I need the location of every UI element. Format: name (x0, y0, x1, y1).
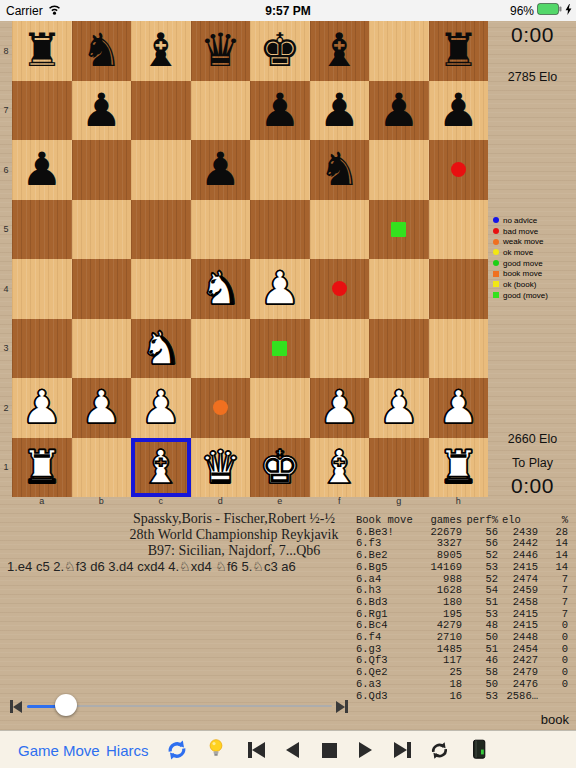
refresh-icon[interactable] (167, 740, 187, 760)
header-book-move: Book move (356, 515, 412, 527)
games-cell: 2710 (414, 632, 462, 644)
pct-cell: 0 (540, 632, 568, 644)
to-play-label: To Play (489, 456, 576, 470)
file-label: b (72, 496, 132, 509)
bottom-toolbar: Game Move Hiarcs (0, 730, 576, 768)
black-elo: 2785 Elo (489, 70, 576, 84)
square-b2[interactable]: ♟ (72, 378, 132, 438)
games-cell: 16 (414, 691, 462, 703)
book-table: Book move games perf% elo % 6.Be3! 22679… (356, 515, 570, 702)
legend-label: book move (503, 269, 542, 278)
piece-black-bishop[interactable]: ♝ (319, 21, 360, 80)
header-elo: elo (500, 515, 538, 527)
slider-skip-start-icon[interactable] (10, 700, 22, 713)
piece-white-queen[interactable]: ♛ (200, 438, 241, 497)
legend-marker-icon (493, 260, 499, 266)
header-pct: % (540, 515, 568, 527)
legend-item: bad move (493, 226, 575, 237)
rank-label: 2 (0, 378, 12, 438)
piece-black-pawn[interactable]: ♟ (21, 140, 62, 199)
engine-menu-button[interactable]: Hiarcs (106, 742, 149, 759)
games-cell: 180 (414, 597, 462, 609)
square-e8[interactable]: ♚ (250, 21, 310, 81)
rank-label: 6 (0, 140, 12, 200)
square-h4[interactable] (429, 259, 489, 319)
rank-label: 1 (0, 438, 12, 498)
advice-mark-d2 (213, 400, 228, 415)
legend-marker-icon (493, 228, 499, 234)
book-move-cell[interactable]: 6.f4 (356, 632, 412, 644)
legend-item: ok (book) (493, 279, 575, 290)
skip-start-icon[interactable] (248, 742, 265, 758)
square-f5[interactable] (310, 200, 370, 260)
stop-icon[interactable] (322, 743, 337, 758)
piece-black-bishop[interactable]: ♝ (140, 21, 181, 80)
square-f6[interactable]: ♞ (310, 140, 370, 200)
header-games: games (414, 515, 462, 527)
legend-marker-icon (493, 249, 499, 255)
legend-label: no advice (503, 216, 537, 225)
legend-label: weak move (503, 237, 543, 246)
game-menu-button[interactable]: Game (18, 742, 59, 759)
square-d3[interactable] (191, 319, 251, 379)
square-b3[interactable] (72, 319, 132, 379)
rank-label: 5 (0, 200, 12, 260)
piece-black-knight[interactable]: ♞ (81, 21, 122, 80)
square-c2[interactable]: ♟ (131, 378, 191, 438)
piece-black-queen[interactable]: ♛ (200, 21, 241, 80)
book-table-rows: 6.Be3! 22679 56 2439 28 6.f3 3327 56 244… (356, 527, 570, 703)
piece-black-king[interactable]: ♚ (259, 21, 300, 80)
square-f7[interactable]: ♟ (310, 81, 370, 141)
elo-cell: 2476 (500, 679, 538, 691)
game-position-slider[interactable] (0, 688, 360, 724)
square-a1[interactable]: ♜ (12, 438, 72, 498)
piece-white-knight[interactable]: ♞ (200, 259, 241, 318)
square-c6[interactable] (131, 140, 191, 200)
square-a6[interactable]: ♟ (12, 140, 72, 200)
elo-cell: 2458 (500, 597, 538, 609)
file-label: g (369, 496, 429, 509)
book-table-row[interactable]: 6.Qd3 16 53 2586… (356, 691, 570, 703)
piece-white-bishop[interactable]: ♝ (319, 438, 360, 497)
board-grid: ♜♞♝♛♚♝♜♟♟♟♟♟♟♟♞♞♟♞♟♟♟♟♟♟♜♝♛♚♝♜ (12, 21, 488, 497)
piece-white-pawn[interactable]: ♟ (21, 378, 62, 437)
legend-item: good move (493, 258, 575, 269)
rank-label: 3 (0, 319, 12, 379)
book-status-label: book (541, 712, 569, 727)
piece-black-rook[interactable]: ♜ (438, 21, 479, 80)
legend-marker-icon (493, 239, 499, 245)
perf-cell: 53 (464, 691, 498, 703)
legend-marker-icon (493, 271, 499, 277)
file-label: d (191, 496, 251, 509)
elo-cell: 2415 (500, 562, 538, 574)
clock-time: 9:57 PM (0, 4, 576, 18)
white-clock: 0:00 (489, 474, 576, 498)
square-g4[interactable] (369, 259, 429, 319)
charging-bolt-icon (565, 4, 572, 18)
rotate-icon[interactable] (430, 741, 449, 760)
square-b8[interactable]: ♞ (72, 21, 132, 81)
rank-label: 4 (0, 259, 12, 319)
square-h8[interactable]: ♜ (429, 21, 489, 81)
header-perf: perf% (464, 515, 498, 527)
square-g3[interactable] (369, 319, 429, 379)
piece-white-pawn[interactable]: ♟ (81, 378, 122, 437)
square-e2[interactable] (250, 378, 310, 438)
square-b4[interactable] (72, 259, 132, 319)
square-h3[interactable] (429, 319, 489, 379)
square-g8[interactable] (369, 21, 429, 81)
slider-skip-end-icon[interactable] (336, 700, 348, 713)
square-c1[interactable]: ♝ (131, 438, 191, 498)
pct-cell: 7 (540, 597, 568, 609)
square-d6[interactable]: ♟ (191, 140, 251, 200)
status-bar: Carrier 9:57 PM 96% (0, 0, 576, 21)
piece-black-pawn[interactable]: ♟ (200, 140, 241, 199)
square-h2[interactable]: ♟ (429, 378, 489, 438)
black-clock: 0:00 (489, 23, 576, 47)
advice-mark-g5 (391, 222, 406, 237)
square-b1[interactable] (72, 438, 132, 498)
square-d4[interactable]: ♞ (191, 259, 251, 319)
square-b5[interactable] (72, 200, 132, 260)
legend-item: ok move (493, 247, 575, 258)
rank-labels: 87654321 (0, 21, 12, 497)
piece-white-pawn[interactable]: ♟ (140, 378, 181, 437)
perf-cell: 53 (464, 562, 498, 574)
elo-cell: 2448 (500, 632, 538, 644)
advice-mark-f4 (332, 281, 347, 296)
advice-mark-h6 (451, 162, 466, 177)
legend-item: book move (493, 268, 575, 279)
square-g2[interactable]: ♟ (369, 378, 429, 438)
square-c7[interactable] (131, 81, 191, 141)
perf-cell: 50 (464, 679, 498, 691)
legend-label: ok (book) (503, 280, 536, 289)
square-c3[interactable]: ♞ (131, 319, 191, 379)
legend-item: no advice (493, 215, 575, 226)
book-icon[interactable] (471, 739, 487, 760)
square-a8[interactable]: ♜ (12, 21, 72, 81)
square-g7[interactable]: ♟ (369, 81, 429, 141)
file-label: c (131, 496, 191, 509)
square-d7[interactable] (191, 81, 251, 141)
pct-cell: 14 (540, 562, 568, 574)
file-label: e (250, 496, 310, 509)
square-f3[interactable] (310, 319, 370, 379)
step-forward-icon[interactable] (359, 742, 372, 758)
pct-cell (540, 691, 568, 703)
legend-marker-icon (493, 281, 499, 287)
rank-label: 7 (0, 81, 12, 141)
piece-white-pawn[interactable]: ♟ (259, 259, 300, 318)
step-back-icon[interactable] (286, 742, 299, 758)
lightbulb-icon[interactable] (209, 739, 223, 760)
book-move-cell[interactable]: 6.Qd3 (356, 691, 412, 703)
piece-black-knight[interactable]: ♞ (319, 140, 360, 199)
rank-label: 8 (0, 21, 12, 81)
square-a3[interactable] (12, 319, 72, 379)
piece-black-pawn[interactable]: ♟ (81, 81, 122, 140)
slider-knob[interactable] (55, 694, 77, 716)
square-e6[interactable] (250, 140, 310, 200)
book-table-row[interactable]: 6.f4 2710 50 2448 0 (356, 632, 570, 644)
square-g6[interactable] (369, 140, 429, 200)
piece-black-pawn[interactable]: ♟ (319, 81, 360, 140)
legend-label: good move (503, 259, 543, 268)
battery-percent: 96% (510, 4, 534, 18)
book-move-cell[interactable]: 6.Bd3 (356, 597, 412, 609)
square-f1[interactable]: ♝ (310, 438, 370, 498)
square-d8[interactable]: ♛ (191, 21, 251, 81)
piece-white-pawn[interactable]: ♟ (319, 378, 360, 437)
legend-label: good (move) (503, 291, 548, 300)
perf-cell: 51 (464, 597, 498, 609)
square-g1[interactable] (369, 438, 429, 498)
games-cell: 14169 (414, 562, 462, 574)
piece-black-pawn[interactable]: ♟ (259, 81, 300, 140)
square-a5[interactable] (12, 200, 72, 260)
white-elo: 2660 Elo (489, 432, 576, 446)
square-b6[interactable] (72, 140, 132, 200)
square-c5[interactable] (131, 200, 191, 260)
square-a2[interactable]: ♟ (12, 378, 72, 438)
move-list[interactable]: 1.e4 c5 2.♘f3 d6 3.d4 cxd4 4.♘xd4 ♘f6 5.… (7, 559, 352, 574)
legend-marker-icon (493, 217, 499, 223)
advice-legend: no advice bad move weak move ok move goo… (493, 215, 575, 301)
book-move-cell[interactable]: 6.Bg5 (356, 562, 412, 574)
square-e1[interactable]: ♚ (250, 438, 310, 498)
elo-cell: 2586… (500, 691, 538, 703)
file-label: h (429, 496, 489, 509)
square-c4[interactable] (131, 259, 191, 319)
book-table-header: Book move games perf% elo % (356, 515, 570, 527)
file-label: f (310, 496, 370, 509)
square-h7[interactable]: ♟ (429, 81, 489, 141)
book-table-row[interactable]: 6.a3 18 50 2476 0 (356, 679, 570, 691)
square-e7[interactable]: ♟ (250, 81, 310, 141)
skip-end-icon[interactable] (394, 742, 411, 758)
square-f2[interactable]: ♟ (310, 378, 370, 438)
pct-cell: 0 (540, 679, 568, 691)
move-menu-button[interactable]: Move (63, 742, 100, 759)
app-screen: Carrier 9:57 PM 96% 87654321 ♜♞♝♛♚♝♜♟♟♟♟… (0, 0, 576, 768)
piece-white-king[interactable]: ♚ (259, 438, 300, 497)
legend-label: ok move (503, 248, 533, 257)
piece-white-pawn[interactable]: ♟ (378, 378, 419, 437)
piece-black-rook[interactable]: ♜ (21, 21, 62, 80)
square-f8[interactable]: ♝ (310, 21, 370, 81)
square-a7[interactable] (12, 81, 72, 141)
file-labels: abcdefgh (12, 496, 488, 509)
piece-black-pawn[interactable]: ♟ (438, 81, 479, 140)
square-e5[interactable] (250, 200, 310, 260)
legend-label: bad move (503, 227, 538, 236)
square-c8[interactable]: ♝ (131, 21, 191, 81)
perf-cell: 50 (464, 632, 498, 644)
book-table-row[interactable]: 6.Bd3 180 51 2458 7 (356, 597, 570, 609)
square-h1[interactable]: ♜ (429, 438, 489, 498)
advice-mark-e3 (272, 341, 287, 356)
square-d5[interactable] (191, 200, 251, 260)
square-h5[interactable] (429, 200, 489, 260)
battery-icon (537, 3, 562, 18)
book-move-cell[interactable]: 6.a3 (356, 679, 412, 691)
square-d1[interactable]: ♛ (191, 438, 251, 498)
piece-white-knight[interactable]: ♞ (140, 319, 181, 378)
square-a4[interactable] (12, 259, 72, 319)
legend-item: good (move) (493, 290, 575, 301)
square-e4[interactable]: ♟ (250, 259, 310, 319)
piece-white-bishop[interactable]: ♝ (140, 438, 181, 497)
book-table-row[interactable]: 6.Bg5 14169 53 2415 14 (356, 562, 570, 574)
square-b7[interactable]: ♟ (72, 81, 132, 141)
piece-white-pawn[interactable]: ♟ (438, 378, 479, 437)
piece-white-rook[interactable]: ♜ (21, 438, 62, 497)
games-cell: 18 (414, 679, 462, 691)
piece-white-rook[interactable]: ♜ (438, 438, 479, 497)
legend-marker-icon (493, 292, 499, 298)
file-label: a (12, 496, 72, 509)
piece-black-pawn[interactable]: ♟ (378, 81, 419, 140)
legend-item: weak move (493, 236, 575, 247)
